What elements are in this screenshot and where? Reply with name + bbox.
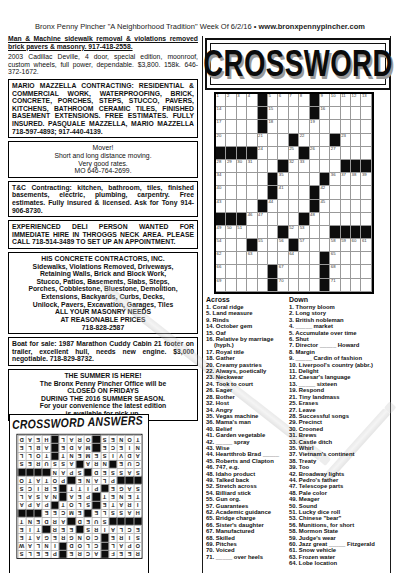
answer-letter: R: [94, 461, 98, 467]
puzzle-cell[interactable]: [310, 134, 320, 147]
puzzle-cell[interactable]: [237, 265, 247, 278]
puzzle-cell[interactable]: 7: [289, 94, 299, 107]
answer-letter: E: [127, 494, 131, 500]
puzzle-cell[interactable]: [351, 213, 361, 226]
answer-letter: A: [36, 478, 40, 484]
puzzle-cell[interactable]: [330, 200, 340, 213]
answer-cell: O: [67, 501, 75, 509]
puzzle-cell[interactable]: [268, 252, 278, 265]
answer-letter: L: [36, 543, 39, 549]
puzzle-cell[interactable]: 66: [216, 265, 226, 278]
classified-ad-1: Man & Machine sidewalk removal & violati…: [8, 35, 198, 50]
answer-letter: S: [103, 437, 107, 443]
puzzle-cell[interactable]: 61: [361, 239, 371, 252]
answer-letter: E: [20, 527, 24, 533]
puzzle-cell[interactable]: [268, 226, 278, 239]
puzzle-cell[interactable]: [341, 186, 351, 199]
answer-cell: T: [100, 492, 108, 500]
puzzle-cell[interactable]: [361, 279, 371, 292]
puzzle-cell[interactable]: [247, 134, 257, 147]
answer-cell: E: [33, 435, 41, 443]
puzzle-cell[interactable]: [226, 186, 236, 199]
puzzle-cell[interactable]: 64: [289, 252, 299, 265]
puzzle-cell[interactable]: [299, 265, 309, 278]
answer-letter: R: [94, 527, 98, 533]
answer-block-cell: [133, 517, 141, 525]
answer-cell: E: [50, 484, 58, 492]
answer-letter: L: [103, 478, 106, 484]
answer-letter: S: [20, 461, 24, 467]
puzzle-cell[interactable]: [361, 134, 371, 147]
puzzle-cell[interactable]: [289, 265, 299, 278]
puzzle-cell[interactable]: 59: [341, 239, 351, 252]
puzzle-cell[interactable]: [278, 213, 288, 226]
puzzle-cell[interactable]: [247, 186, 257, 199]
puzzle-cell[interactable]: [289, 173, 299, 186]
answer-cell: A: [133, 451, 141, 459]
puzzle-cell[interactable]: [299, 186, 309, 199]
puzzle-cell[interactable]: [247, 120, 257, 133]
answer-cell: R: [58, 533, 66, 541]
answer-letter: C: [94, 543, 98, 549]
answer-letter: E: [44, 551, 48, 557]
answer-cell: E: [58, 525, 66, 533]
puzzle-cell[interactable]: [299, 279, 309, 292]
puzzle-cell[interactable]: 67: [278, 265, 288, 278]
answer-letter: O: [127, 437, 131, 443]
answer-letter: T: [136, 494, 139, 500]
puzzle-cell[interactable]: 24: [258, 147, 268, 160]
puzzle-cell[interactable]: [258, 160, 268, 173]
clue-number: 47: [258, 213, 263, 218]
puzzle-cell[interactable]: 55: [258, 239, 268, 252]
answer-letter: A: [61, 518, 65, 524]
puzzle-cell[interactable]: 33: [299, 160, 309, 173]
puzzle-cell[interactable]: [289, 279, 299, 292]
answer-letter: E: [86, 518, 90, 524]
answers-grid-wrap: REEFACREPEELSOPALCLODINLAWSIRECONGREGATE…: [10, 434, 148, 559]
puzzle-cell[interactable]: 70: [278, 279, 288, 292]
puzzle-cell[interactable]: [320, 134, 330, 147]
puzzle-cell[interactable]: [310, 252, 320, 265]
answer-cell: A: [58, 468, 66, 476]
answer-cell: I: [100, 525, 108, 533]
puzzle-cell[interactable]: [361, 200, 371, 213]
clue-number: 50: [227, 226, 232, 231]
answer-block-cell: [91, 435, 99, 443]
answer-cell: T: [58, 501, 66, 509]
puzzle-cell[interactable]: 29: [226, 160, 236, 173]
answer-cell: R: [50, 525, 58, 533]
puzzle-cell[interactable]: 38: [351, 173, 361, 186]
answer-block-cell: [25, 468, 33, 476]
puzzle-cell[interactable]: 50: [226, 226, 236, 239]
answer-block-cell: [50, 451, 58, 459]
puzzle-cell[interactable]: [320, 226, 330, 239]
puzzle-cell[interactable]: [320, 120, 330, 133]
puzzle-cell[interactable]: [258, 252, 268, 265]
puzzle-cell[interactable]: 8: [299, 94, 309, 107]
puzzle-cell[interactable]: [247, 107, 257, 120]
puzzle-cell[interactable]: [351, 279, 361, 292]
puzzle-cell[interactable]: [330, 120, 340, 133]
answers-title: CROSSWORD ANSWERS: [12, 414, 127, 432]
puzzle-cell[interactable]: [330, 213, 340, 226]
puzzle-cell[interactable]: 25: [289, 147, 299, 160]
puzzle-cell[interactable]: 12: [351, 94, 361, 107]
answer-cell: N: [50, 468, 58, 476]
answer-letter: I: [104, 527, 106, 533]
puzzle-cell[interactable]: [320, 147, 330, 160]
puzzle-cell[interactable]: [258, 279, 268, 292]
puzzle-cell[interactable]: 18: [268, 120, 278, 133]
answer-letter: E: [127, 551, 131, 557]
answer-letter: A: [36, 502, 40, 508]
answer-cell: G: [42, 533, 50, 541]
puzzle-cell[interactable]: 20: [216, 134, 226, 147]
puzzle-cell[interactable]: 4: [247, 94, 257, 107]
puzzle-cell[interactable]: [351, 265, 361, 278]
answer-cell: C: [91, 533, 99, 541]
answer-letter: T: [36, 527, 39, 533]
answer-cell: L: [108, 541, 116, 549]
puzzle-cell[interactable]: 3: [237, 94, 247, 107]
puzzle-cell[interactable]: [351, 120, 361, 133]
clue-number: 59: [341, 239, 346, 244]
puzzle-cell[interactable]: [268, 134, 278, 147]
answer-cell: E: [42, 509, 50, 517]
puzzle-cell[interactable]: [289, 200, 299, 213]
puzzle-cell[interactable]: [289, 186, 299, 199]
puzzle-cell[interactable]: [341, 252, 351, 265]
puzzle-cell[interactable]: [351, 252, 361, 265]
clue-number: 56: [279, 239, 284, 244]
clue-number: 62: [217, 252, 222, 257]
puzzle-cell[interactable]: [226, 200, 236, 213]
puzzle-cell[interactable]: [237, 252, 247, 265]
clue-number: 37: [341, 173, 346, 178]
puzzle-cell[interactable]: [361, 107, 371, 120]
puzzle-cell[interactable]: [310, 265, 320, 278]
answer-cell: E: [108, 435, 116, 443]
ad-line: CLOSED ON FRIDAYS: [12, 387, 194, 395]
answer-letter: L: [119, 527, 122, 533]
puzzle-cell[interactable]: [341, 279, 351, 292]
puzzle-cell[interactable]: [320, 213, 330, 226]
puzzle-cell[interactable]: [247, 265, 257, 278]
answer-block-cell: [58, 492, 66, 500]
answer-letter: S: [61, 461, 65, 467]
clue-number: 63: [248, 252, 253, 257]
classified-ad-5: T&C Contracting: kitchen, bathroom, tile…: [8, 181, 198, 217]
classifieds-column: Man & Machine sidewalk removal & violati…: [8, 35, 198, 424]
puzzle-cell[interactable]: 16: [320, 107, 330, 120]
puzzle-cell[interactable]: [310, 226, 320, 239]
puzzle-cell[interactable]: [310, 239, 320, 252]
answer-cell: N: [83, 476, 91, 484]
crossword-grid: 1234567891011121314151617181920212223242…: [214, 92, 374, 294]
answer-letter: L: [61, 437, 64, 443]
puzzle-cell[interactable]: [299, 252, 309, 265]
puzzle-cell[interactable]: [226, 252, 236, 265]
answer-letter: I: [37, 486, 39, 492]
answer-letter: T: [103, 494, 106, 500]
clue-number: 27: [331, 147, 336, 152]
puzzle-cell[interactable]: 36: [330, 173, 340, 186]
answer-letter: U: [127, 461, 131, 467]
puzzle-cell[interactable]: 13: [361, 94, 371, 107]
puzzle-cell[interactable]: [341, 120, 351, 133]
puzzle-cell[interactable]: 37: [341, 173, 351, 186]
puzzle-cell[interactable]: [247, 200, 257, 213]
puzzle-cell[interactable]: [361, 265, 371, 278]
puzzle-cell[interactable]: 57: [299, 239, 309, 252]
puzzle-cell[interactable]: [278, 134, 288, 147]
puzzle-cell[interactable]: [226, 173, 236, 186]
answer-cell: T: [108, 501, 116, 509]
puzzle-cell[interactable]: [237, 239, 247, 252]
answer-cell: A: [75, 443, 83, 451]
clue-number: 24: [258, 147, 263, 152]
puzzle-cell[interactable]: [237, 120, 247, 133]
puzzle-cell[interactable]: [310, 160, 320, 173]
puzzle-cell[interactable]: [341, 107, 351, 120]
answer-cell: T: [58, 451, 66, 459]
answer-cell: I: [83, 484, 91, 492]
puzzle-cell[interactable]: [341, 265, 351, 278]
answer-cell: C: [83, 550, 91, 558]
puzzle-cell[interactable]: [278, 147, 288, 160]
answer-cell: E: [108, 492, 116, 500]
puzzle-cell[interactable]: 17: [216, 120, 226, 133]
answer-letter: T: [45, 453, 48, 459]
answer-letter: R: [77, 437, 81, 443]
answer-cell: T: [25, 476, 33, 484]
classified-ad-8: Boat for sale: 1987 Marathon Cuddy Cabin…: [8, 337, 198, 366]
puzzle-cell[interactable]: 39: [361, 173, 371, 186]
puzzle-cell[interactable]: 26: [310, 147, 320, 160]
puzzle-cell[interactable]: [299, 200, 309, 213]
answer-cell: N: [100, 460, 108, 468]
answer-letter: S: [20, 551, 24, 557]
puzzle-cell[interactable]: [278, 107, 288, 120]
puzzle-cell[interactable]: 52: [289, 226, 299, 239]
puzzle-cell[interactable]: [247, 279, 257, 292]
puzzle-cell[interactable]: 19: [310, 120, 320, 133]
puzzle-block-cell: [216, 213, 226, 226]
answer-letter: E: [20, 535, 24, 541]
puzzle-cell[interactable]: [226, 120, 236, 133]
answer-letter: H: [44, 437, 48, 443]
puzzle-cell[interactable]: 51: [237, 226, 247, 239]
puzzle-cell[interactable]: [299, 120, 309, 133]
answer-cell: O: [133, 541, 141, 549]
answer-letter: A: [127, 469, 131, 475]
answer-cell: B: [33, 443, 41, 451]
answer-letter: I: [137, 502, 139, 508]
puzzle-cell[interactable]: 21: [258, 134, 268, 147]
clue-number: 23: [341, 134, 346, 139]
puzzle-cell[interactable]: [351, 200, 361, 213]
puzzle-cell[interactable]: 22: [299, 134, 309, 147]
puzzle-cell[interactable]: [226, 279, 236, 292]
puzzle-cell[interactable]: [268, 213, 278, 226]
answer-letter: T: [28, 535, 31, 541]
puzzle-cell[interactable]: [351, 107, 361, 120]
puzzle-cell[interactable]: [351, 147, 361, 160]
puzzle-cell[interactable]: [351, 134, 361, 147]
puzzle-cell[interactable]: 47: [258, 213, 268, 226]
puzzle-cell[interactable]: [226, 134, 236, 147]
answer-cell: O: [17, 476, 25, 484]
puzzle-cell[interactable]: [237, 173, 247, 186]
puzzle-cell[interactable]: 69: [216, 279, 226, 292]
puzzle-cell[interactable]: 10: [330, 94, 340, 107]
puzzle-cell[interactable]: 44: [268, 200, 278, 213]
answer-letter: I: [129, 445, 131, 451]
answer-cell: S: [83, 501, 91, 509]
answer-cell: E: [33, 517, 41, 525]
puzzle-cell[interactable]: [258, 173, 268, 186]
puzzle-cell[interactable]: [268, 147, 278, 160]
clue-number: 65: [331, 252, 336, 257]
answer-letter: E: [111, 437, 115, 443]
puzzle-cell[interactable]: [237, 134, 247, 147]
answer-cell: E: [17, 525, 25, 533]
puzzle-cell[interactable]: [289, 213, 299, 226]
puzzle-cell[interactable]: [361, 252, 371, 265]
puzzle-cell[interactable]: 56: [278, 239, 288, 252]
puzzle-cell[interactable]: [258, 265, 268, 278]
puzzle-block-cell: [258, 107, 268, 120]
answer-letter: L: [78, 502, 81, 508]
puzzle-cell[interactable]: [289, 107, 299, 120]
answer-letter: D: [44, 518, 48, 524]
answer-cell: S: [50, 460, 58, 468]
answer-cell: T: [133, 492, 141, 500]
answer-letter: A: [36, 535, 40, 541]
puzzle-cell[interactable]: [330, 107, 340, 120]
answer-cell: A: [125, 468, 133, 476]
puzzle-cell[interactable]: [268, 239, 278, 252]
clue-number: 38: [352, 173, 357, 178]
puzzle-cell[interactable]: [247, 226, 257, 239]
clue-number: 28: [217, 160, 222, 165]
answer-letter: S: [53, 461, 57, 467]
puzzle-cell[interactable]: 71: [330, 279, 340, 292]
puzzle-cell[interactable]: [341, 200, 351, 213]
puzzle-block-cell: [216, 147, 226, 160]
answer-letter: N: [102, 461, 106, 467]
puzzle-cell[interactable]: [237, 107, 247, 120]
puzzle-cell[interactable]: [258, 186, 268, 199]
puzzle-cell[interactable]: [361, 120, 371, 133]
answer-cell: S: [100, 435, 108, 443]
puzzle-cell[interactable]: [237, 279, 247, 292]
puzzle-cell[interactable]: [226, 107, 236, 120]
answer-letter: T: [20, 518, 23, 524]
answer-cell: O: [33, 451, 41, 459]
puzzle-cell[interactable]: [361, 213, 371, 226]
puzzle-cell[interactable]: [237, 200, 247, 213]
answer-cell: E: [125, 550, 133, 558]
puzzle-cell[interactable]: [310, 279, 320, 292]
puzzle-cell[interactable]: 6: [278, 94, 288, 107]
puzzle-cell[interactable]: [278, 200, 288, 213]
puzzle-cell[interactable]: [268, 160, 278, 173]
puzzle-block-cell: [258, 120, 268, 133]
puzzle-cell[interactable]: 30: [237, 160, 247, 173]
puzzle-cell[interactable]: [237, 186, 247, 199]
puzzle-cell[interactable]: 68: [330, 265, 340, 278]
puzzle-cell[interactable]: 2: [226, 94, 236, 107]
puzzle-cell[interactable]: [278, 120, 288, 133]
answer-block-cell: [33, 509, 41, 517]
down-clue-64: 64. Lobe location: [289, 560, 388, 566]
puzzle-cell[interactable]: [299, 107, 309, 120]
puzzle-cell[interactable]: [226, 239, 236, 252]
answer-cell: R: [91, 460, 99, 468]
puzzle-cell[interactable]: 63: [247, 252, 257, 265]
puzzle-cell[interactable]: 60: [351, 239, 361, 252]
puzzle-cell[interactable]: 45: [320, 200, 330, 213]
puzzle-cell[interactable]: [361, 147, 371, 160]
puzzle-cell[interactable]: 27: [330, 147, 340, 160]
puzzle-cell[interactable]: [351, 186, 361, 199]
puzzle-cell[interactable]: 40: [216, 186, 226, 199]
puzzle-cell[interactable]: 41: [278, 186, 288, 199]
ad-line: Mover!: [12, 144, 194, 152]
puzzle-cell[interactable]: [289, 120, 299, 133]
answer-letter: A: [69, 461, 73, 467]
puzzle-cell[interactable]: [320, 239, 330, 252]
answer-letter: E: [111, 494, 115, 500]
clue-number: 60: [352, 239, 357, 244]
answer-block-cell: [75, 460, 83, 468]
puzzle-cell[interactable]: [247, 173, 257, 186]
answer-letter: N: [69, 453, 73, 459]
puzzle-cell[interactable]: 43: [216, 200, 226, 213]
answer-block-cell: [91, 492, 99, 500]
puzzle-cell[interactable]: 31: [247, 160, 257, 173]
clue-number: 22: [300, 134, 305, 139]
puzzle-cell[interactable]: [341, 213, 351, 226]
answer-block-cell: [33, 468, 41, 476]
puzzle-cell[interactable]: [320, 160, 330, 173]
puzzle-cell[interactable]: 42: [320, 186, 330, 199]
answer-block-cell: [25, 509, 33, 517]
answer-letter: R: [53, 527, 57, 533]
puzzle-cell[interactable]: [226, 265, 236, 278]
puzzle-cell[interactable]: 48: [310, 213, 320, 226]
answer-cell: I: [125, 443, 133, 451]
puzzle-cell[interactable]: 32: [289, 160, 299, 173]
answer-cell: L: [17, 492, 25, 500]
puzzle-cell[interactable]: 23: [341, 134, 351, 147]
puzzle-cell[interactable]: 11: [341, 94, 351, 107]
answer-letter: C: [28, 486, 32, 492]
puzzle-cell[interactable]: [341, 147, 351, 160]
puzzle-cell[interactable]: [330, 186, 340, 199]
puzzle-cell[interactable]: [310, 173, 320, 186]
clue-number: 29: [227, 160, 232, 165]
answer-letter: I: [112, 453, 114, 459]
answer-cell: R: [75, 550, 83, 558]
answer-letter: S: [136, 469, 140, 475]
puzzle-cell[interactable]: 46: [247, 213, 257, 226]
puzzle-cell[interactable]: [361, 186, 371, 199]
puzzle-cell[interactable]: [299, 173, 309, 186]
